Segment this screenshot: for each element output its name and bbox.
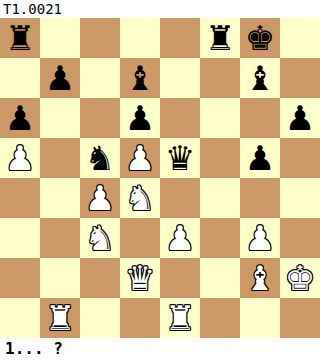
square-d8[interactable] xyxy=(120,18,160,58)
square-f4[interactable] xyxy=(200,178,240,218)
piece-white-pawn: ♟ xyxy=(85,178,115,218)
square-g4[interactable] xyxy=(240,178,280,218)
square-g8[interactable]: ♚ xyxy=(240,18,280,58)
move-prompt-label: 1... ? xyxy=(5,340,63,358)
square-a6[interactable]: ♟ xyxy=(0,98,40,138)
square-g5[interactable]: ♟ xyxy=(240,138,280,178)
tactics-trainer-screen: T1.0021 ♜♜♚♟♝♝♟♟♟♟♞♟♛♟♟♞♞♟♟♛♝♚♜♜ 1... ? xyxy=(0,0,320,360)
square-b5[interactable] xyxy=(40,138,80,178)
square-a8[interactable]: ♜ xyxy=(0,18,40,58)
square-h2[interactable]: ♚ xyxy=(280,258,320,298)
square-c8[interactable] xyxy=(80,18,120,58)
square-h6[interactable]: ♟ xyxy=(280,98,320,138)
piece-white-pawn: ♟ xyxy=(5,138,35,178)
square-c4[interactable]: ♟ xyxy=(80,178,120,218)
square-g3[interactable]: ♟ xyxy=(240,218,280,258)
square-d6[interactable]: ♟ xyxy=(120,98,160,138)
square-a7[interactable] xyxy=(0,58,40,98)
square-c3[interactable]: ♞ xyxy=(80,218,120,258)
piece-black-king: ♚ xyxy=(245,18,275,58)
square-b7[interactable]: ♟ xyxy=(40,58,80,98)
square-d7[interactable]: ♝ xyxy=(120,58,160,98)
square-h3[interactable] xyxy=(280,218,320,258)
square-e8[interactable] xyxy=(160,18,200,58)
piece-black-rook: ♜ xyxy=(205,18,235,58)
square-e1[interactable]: ♜ xyxy=(160,298,200,338)
square-f1[interactable] xyxy=(200,298,240,338)
piece-black-knight: ♞ xyxy=(85,138,115,178)
square-e2[interactable] xyxy=(160,258,200,298)
piece-white-knight: ♞ xyxy=(85,218,115,258)
square-b1[interactable]: ♜ xyxy=(40,298,80,338)
square-b2[interactable] xyxy=(40,258,80,298)
piece-white-pawn: ♟ xyxy=(125,138,155,178)
piece-white-rook: ♜ xyxy=(165,298,195,338)
piece-white-king: ♚ xyxy=(285,258,315,298)
square-f8[interactable]: ♜ xyxy=(200,18,240,58)
puzzle-title-bar: T1.0021 xyxy=(0,0,320,18)
square-d3[interactable] xyxy=(120,218,160,258)
square-c1[interactable] xyxy=(80,298,120,338)
square-b8[interactable] xyxy=(40,18,80,58)
square-c6[interactable] xyxy=(80,98,120,138)
piece-white-pawn: ♟ xyxy=(165,218,195,258)
square-h8[interactable] xyxy=(280,18,320,58)
piece-black-pawn: ♟ xyxy=(245,138,275,178)
piece-white-queen: ♛ xyxy=(125,258,155,298)
square-h7[interactable] xyxy=(280,58,320,98)
chess-board: ♜♜♚♟♝♝♟♟♟♟♞♟♛♟♟♞♞♟♟♛♝♚♜♜ xyxy=(0,18,320,338)
move-prompt-bar: 1... ? xyxy=(0,338,320,360)
square-h1[interactable] xyxy=(280,298,320,338)
square-g1[interactable] xyxy=(240,298,280,338)
piece-white-rook: ♜ xyxy=(45,298,75,338)
square-a4[interactable] xyxy=(0,178,40,218)
square-d2[interactable]: ♛ xyxy=(120,258,160,298)
square-d5[interactable]: ♟ xyxy=(120,138,160,178)
square-b6[interactable] xyxy=(40,98,80,138)
square-a1[interactable] xyxy=(0,298,40,338)
square-h5[interactable] xyxy=(280,138,320,178)
piece-black-rook: ♜ xyxy=(5,18,35,58)
square-h4[interactable] xyxy=(280,178,320,218)
square-e4[interactable] xyxy=(160,178,200,218)
piece-black-pawn: ♟ xyxy=(125,98,155,138)
square-f5[interactable] xyxy=(200,138,240,178)
square-c5[interactable]: ♞ xyxy=(80,138,120,178)
piece-white-knight: ♞ xyxy=(125,178,155,218)
puzzle-id-label: T1.0021 xyxy=(3,1,62,17)
square-c2[interactable] xyxy=(80,258,120,298)
square-f2[interactable] xyxy=(200,258,240,298)
square-g2[interactable]: ♝ xyxy=(240,258,280,298)
square-f6[interactable] xyxy=(200,98,240,138)
square-e3[interactable]: ♟ xyxy=(160,218,200,258)
square-d4[interactable]: ♞ xyxy=(120,178,160,218)
square-g7[interactable]: ♝ xyxy=(240,58,280,98)
square-c7[interactable] xyxy=(80,58,120,98)
square-e5[interactable]: ♛ xyxy=(160,138,200,178)
piece-white-pawn: ♟ xyxy=(245,218,275,258)
square-e6[interactable] xyxy=(160,98,200,138)
piece-black-pawn: ♟ xyxy=(45,58,75,98)
square-b4[interactable] xyxy=(40,178,80,218)
piece-black-bishop: ♝ xyxy=(125,58,155,98)
square-a3[interactable] xyxy=(0,218,40,258)
piece-black-pawn: ♟ xyxy=(5,98,35,138)
square-g6[interactable] xyxy=(240,98,280,138)
piece-black-bishop: ♝ xyxy=(245,58,275,98)
square-d1[interactable] xyxy=(120,298,160,338)
piece-white-bishop: ♝ xyxy=(245,258,275,298)
piece-black-queen: ♛ xyxy=(165,138,195,178)
square-f3[interactable] xyxy=(200,218,240,258)
square-b3[interactable] xyxy=(40,218,80,258)
square-e7[interactable] xyxy=(160,58,200,98)
square-a2[interactable] xyxy=(0,258,40,298)
piece-black-pawn: ♟ xyxy=(285,98,315,138)
square-f7[interactable] xyxy=(200,58,240,98)
square-a5[interactable]: ♟ xyxy=(0,138,40,178)
